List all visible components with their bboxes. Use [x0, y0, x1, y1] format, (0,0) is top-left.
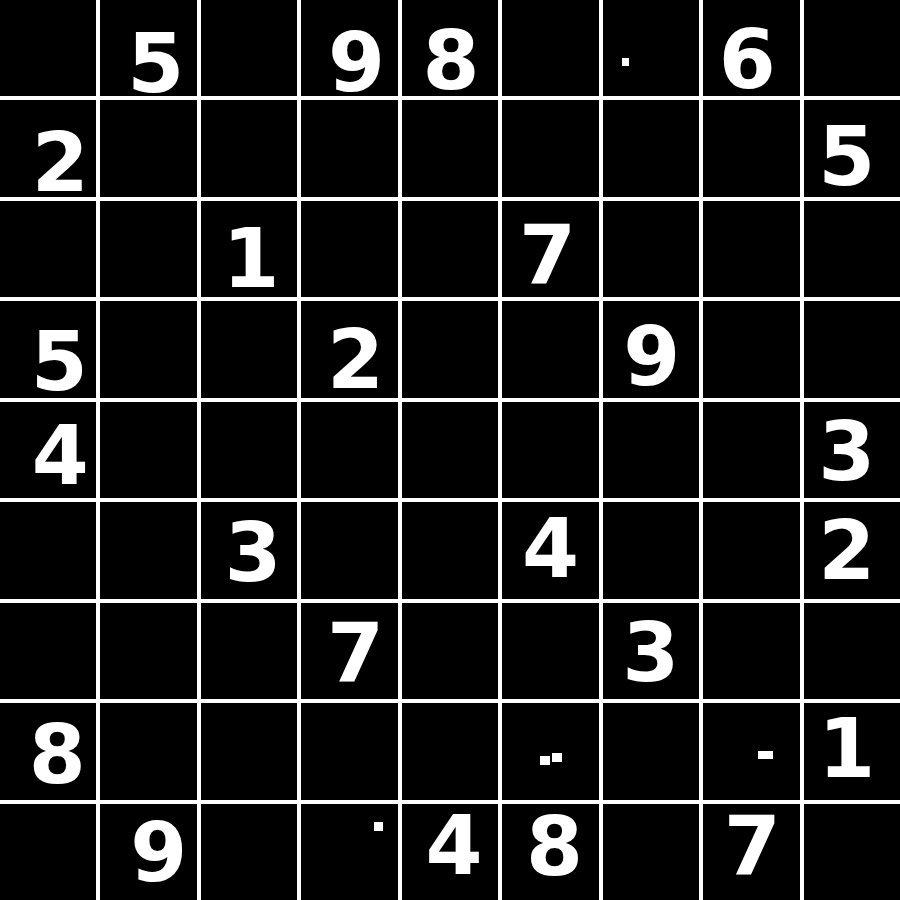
cell-r9c3[interactable] — [201, 804, 297, 900]
cell-r4c5[interactable] — [402, 301, 498, 397]
given-digit: 9 — [328, 22, 385, 104]
cell-r7c4[interactable]: 7 — [301, 603, 397, 699]
cell-r2c5[interactable] — [402, 100, 498, 196]
cell-r2c4[interactable] — [301, 100, 397, 196]
cell-r9c1[interactable] — [0, 804, 96, 900]
given-digit: 2 — [327, 319, 384, 401]
cell-r5c6[interactable] — [502, 402, 598, 498]
cell-r5c4[interactable] — [301, 402, 397, 498]
cell-r9c5[interactable]: 4 — [402, 804, 498, 900]
cell-r5c7[interactable] — [603, 402, 699, 498]
given-digit: 5 — [818, 116, 875, 198]
cell-r6c1[interactable] — [0, 502, 96, 598]
cell-r8c3[interactable] — [201, 703, 297, 799]
dash-artifact — [758, 751, 773, 759]
given-digit: 8 — [29, 714, 86, 796]
given-digit: 1 — [818, 708, 875, 790]
given-digit: 8 — [422, 20, 479, 102]
cell-r7c5[interactable] — [402, 603, 498, 699]
cell-r4c4[interactable]: 2 — [301, 301, 397, 397]
cell-r2c7[interactable] — [603, 100, 699, 196]
cell-r3c3[interactable]: 1 — [201, 201, 297, 297]
given-digit: 7 — [724, 806, 781, 888]
given-digit: 3 — [225, 512, 282, 594]
cell-r7c1[interactable] — [0, 603, 96, 699]
cell-r9c9[interactable] — [804, 804, 900, 900]
cell-r4c6[interactable] — [502, 301, 598, 397]
cell-r2c8[interactable] — [703, 100, 799, 196]
cell-r5c5[interactable] — [402, 402, 498, 498]
sudoku-board: 598625175294334273819487 — [0, 0, 900, 900]
cell-r4c8[interactable] — [703, 301, 799, 397]
cell-r3c5[interactable] — [402, 201, 498, 297]
given-digit: 4 — [32, 415, 89, 497]
cell-r9c4[interactable] — [301, 804, 397, 900]
cell-r9c2[interactable]: 9 — [100, 804, 196, 900]
speck-artifact — [552, 753, 562, 762]
cell-r8c8[interactable] — [703, 703, 799, 799]
cell-r8c4[interactable] — [301, 703, 397, 799]
cell-r9c6[interactable]: 8 — [502, 804, 598, 900]
cell-r6c3[interactable]: 3 — [201, 502, 297, 598]
cell-r6c2[interactable] — [100, 502, 196, 598]
given-digit: 2 — [818, 510, 875, 592]
cell-r2c3[interactable] — [201, 100, 297, 196]
cell-r1c4[interactable]: 9 — [301, 0, 397, 96]
given-digit: 5 — [31, 321, 88, 403]
cell-r4c7[interactable]: 9 — [603, 301, 699, 397]
cell-r2c6[interactable] — [502, 100, 598, 196]
given-digit: 1 — [223, 218, 280, 300]
cell-r3c1[interactable] — [0, 201, 96, 297]
cell-r1c3[interactable] — [201, 0, 297, 96]
cell-r3c6[interactable]: 7 — [502, 201, 598, 297]
cell-r5c2[interactable] — [100, 402, 196, 498]
given-digit: 3 — [818, 411, 875, 493]
given-digit: 7 — [519, 215, 576, 297]
cell-r5c3[interactable] — [201, 402, 297, 498]
speck-artifact — [540, 756, 550, 765]
cell-r7c3[interactable] — [201, 603, 297, 699]
cell-r4c1[interactable]: 5 — [0, 301, 96, 397]
cell-r5c9[interactable]: 3 — [804, 402, 900, 498]
cell-r1c5[interactable]: 8 — [402, 0, 498, 96]
cell-r3c7[interactable] — [603, 201, 699, 297]
cell-r2c1[interactable]: 2 — [0, 100, 96, 196]
cell-r9c7[interactable] — [603, 804, 699, 900]
cell-r7c8[interactable] — [703, 603, 799, 699]
given-digit: 8 — [526, 806, 583, 888]
cell-r9c8[interactable]: 7 — [703, 804, 799, 900]
sudoku-screenshot: 598625175294334273819487 — [0, 0, 900, 900]
given-digit: 2 — [32, 122, 89, 204]
cell-r8c6[interactable] — [502, 703, 598, 799]
cell-r6c7[interactable] — [603, 502, 699, 598]
cell-r7c6[interactable] — [502, 603, 598, 699]
cell-r3c4[interactable] — [301, 201, 397, 297]
cell-r5c8[interactable] — [703, 402, 799, 498]
cell-r1c9[interactable] — [804, 0, 900, 96]
cell-r1c8[interactable]: 6 — [703, 0, 799, 96]
cell-r6c5[interactable] — [402, 502, 498, 598]
given-digit: 4 — [425, 805, 482, 887]
given-digit: 9 — [623, 316, 680, 398]
given-digit: 3 — [622, 612, 679, 694]
cell-r6c9[interactable]: 2 — [804, 502, 900, 598]
cell-r2c2[interactable] — [100, 100, 196, 196]
cell-r1c1[interactable] — [0, 0, 96, 96]
cell-r4c2[interactable] — [100, 301, 196, 397]
cell-r6c4[interactable] — [301, 502, 397, 598]
cell-r1c2[interactable]: 5 — [100, 0, 196, 96]
cell-r8c5[interactable] — [402, 703, 498, 799]
cell-r8c9[interactable]: 1 — [804, 703, 900, 799]
cell-r4c9[interactable] — [804, 301, 900, 397]
cell-r8c1[interactable]: 8 — [0, 703, 96, 799]
given-digit: 9 — [130, 812, 187, 894]
cell-r3c8[interactable] — [703, 201, 799, 297]
given-digit: 4 — [522, 508, 579, 590]
given-digit: 6 — [719, 19, 776, 101]
cell-r7c9[interactable] — [804, 603, 900, 699]
cell-r7c2[interactable] — [100, 603, 196, 699]
cell-r7c7[interactable]: 3 — [603, 603, 699, 699]
cell-r2c9[interactable]: 5 — [804, 100, 900, 196]
cell-r3c2[interactable] — [100, 201, 196, 297]
cell-r1c7[interactable] — [603, 0, 699, 96]
cell-r5c1[interactable]: 4 — [0, 402, 96, 498]
cell-r6c6[interactable]: 4 — [502, 502, 598, 598]
cell-r6c8[interactable] — [703, 502, 799, 598]
cell-r3c9[interactable] — [804, 201, 900, 297]
cell-r8c7[interactable] — [603, 703, 699, 799]
cell-r8c2[interactable] — [100, 703, 196, 799]
speck-artifact — [374, 822, 383, 831]
cell-r4c3[interactable] — [201, 301, 297, 397]
speck-artifact — [622, 58, 629, 66]
cell-r1c6[interactable] — [502, 0, 598, 96]
given-digit: 7 — [327, 613, 384, 695]
given-digit: 5 — [127, 23, 184, 105]
